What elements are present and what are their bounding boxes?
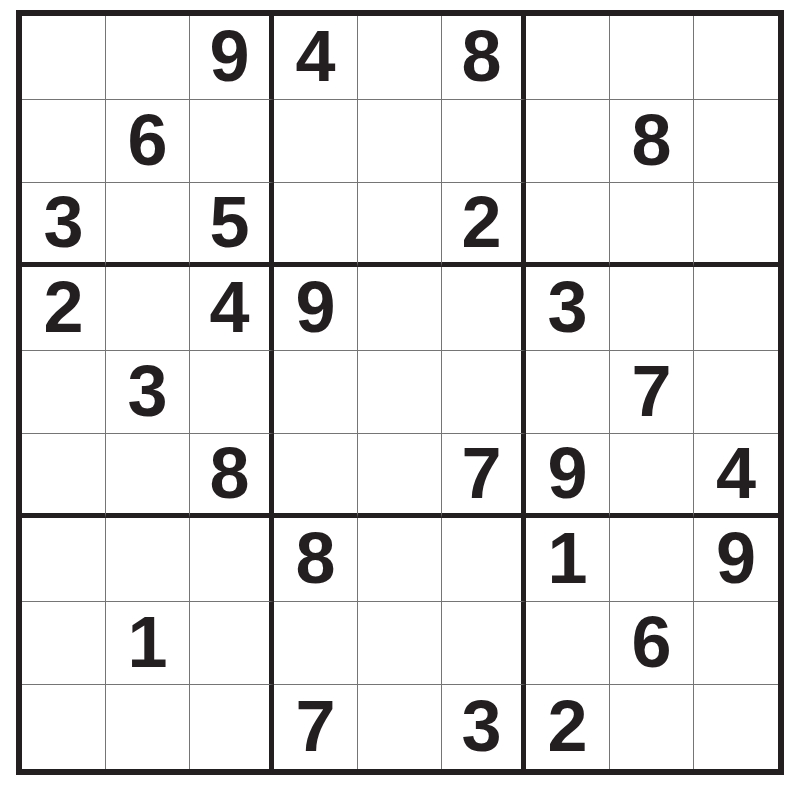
cell-r4c3[interactable]: 4 bbox=[190, 267, 274, 351]
cell-r2c5[interactable] bbox=[358, 100, 442, 184]
cell-r5c8[interactable]: 7 bbox=[610, 351, 694, 435]
cell-r8c1[interactable] bbox=[22, 602, 106, 686]
cell-r2c1[interactable] bbox=[22, 100, 106, 184]
cell-r8c7[interactable] bbox=[526, 602, 610, 686]
cell-r9c6[interactable]: 3 bbox=[442, 685, 526, 769]
cell-r5c1[interactable] bbox=[22, 351, 106, 435]
given-digit: 8 bbox=[461, 20, 501, 92]
cell-r7c3[interactable] bbox=[190, 518, 274, 602]
cell-r7c4[interactable]: 8 bbox=[274, 518, 358, 602]
sudoku-board: 94868352249337879481916732 bbox=[16, 10, 784, 775]
cell-r9c5[interactable] bbox=[358, 685, 442, 769]
cell-r6c6[interactable]: 7 bbox=[442, 434, 526, 518]
cell-r9c9[interactable] bbox=[694, 685, 778, 769]
cell-r7c9[interactable]: 9 bbox=[694, 518, 778, 602]
cell-r7c8[interactable] bbox=[610, 518, 694, 602]
cell-r6c3[interactable]: 8 bbox=[190, 434, 274, 518]
given-digit: 7 bbox=[461, 437, 501, 509]
cell-r7c2[interactable] bbox=[106, 518, 190, 602]
cell-r9c4[interactable]: 7 bbox=[274, 685, 358, 769]
cell-r1c3[interactable]: 9 bbox=[190, 16, 274, 100]
cell-r5c7[interactable] bbox=[526, 351, 610, 435]
cell-r3c4[interactable] bbox=[274, 183, 358, 267]
cell-r3c3[interactable]: 5 bbox=[190, 183, 274, 267]
cell-r1c2[interactable] bbox=[106, 16, 190, 100]
cell-r4c6[interactable] bbox=[442, 267, 526, 351]
cell-r7c1[interactable] bbox=[22, 518, 106, 602]
given-digit: 4 bbox=[716, 437, 756, 509]
cell-r7c6[interactable] bbox=[442, 518, 526, 602]
cell-r4c7[interactable]: 3 bbox=[526, 267, 610, 351]
cell-r1c9[interactable] bbox=[694, 16, 778, 100]
cell-r3c8[interactable] bbox=[610, 183, 694, 267]
cell-r2c7[interactable] bbox=[526, 100, 610, 184]
cell-r4c2[interactable] bbox=[106, 267, 190, 351]
cell-r7c5[interactable] bbox=[358, 518, 442, 602]
cell-r6c4[interactable] bbox=[274, 434, 358, 518]
cell-r2c6[interactable] bbox=[442, 100, 526, 184]
cell-r3c2[interactable] bbox=[106, 183, 190, 267]
cell-r9c8[interactable] bbox=[610, 685, 694, 769]
given-digit: 2 bbox=[43, 271, 83, 343]
given-digit: 8 bbox=[209, 437, 249, 509]
cell-r5c5[interactable] bbox=[358, 351, 442, 435]
given-digit: 9 bbox=[209, 20, 249, 92]
given-digit: 9 bbox=[716, 522, 756, 594]
cell-r9c7[interactable]: 2 bbox=[526, 685, 610, 769]
given-digit: 7 bbox=[295, 690, 335, 762]
cell-r7c7[interactable]: 1 bbox=[526, 518, 610, 602]
given-digit: 9 bbox=[547, 437, 587, 509]
given-digit: 3 bbox=[127, 355, 167, 427]
cell-r8c2[interactable]: 1 bbox=[106, 602, 190, 686]
given-digit: 3 bbox=[43, 186, 83, 258]
cell-r5c6[interactable] bbox=[442, 351, 526, 435]
given-digit: 8 bbox=[631, 104, 671, 176]
cell-r3c1[interactable]: 3 bbox=[22, 183, 106, 267]
cell-r5c9[interactable] bbox=[694, 351, 778, 435]
cell-r6c8[interactable] bbox=[610, 434, 694, 518]
cell-r4c9[interactable] bbox=[694, 267, 778, 351]
cell-r4c5[interactable] bbox=[358, 267, 442, 351]
cell-r9c3[interactable] bbox=[190, 685, 274, 769]
cell-r8c9[interactable] bbox=[694, 602, 778, 686]
given-digit: 8 bbox=[295, 522, 335, 594]
cell-r2c2[interactable]: 6 bbox=[106, 100, 190, 184]
sudoku-page: 94868352249337879481916732 bbox=[0, 0, 800, 790]
given-digit: 2 bbox=[547, 690, 587, 762]
cell-r6c5[interactable] bbox=[358, 434, 442, 518]
given-digit: 5 bbox=[209, 186, 249, 258]
cell-r1c6[interactable]: 8 bbox=[442, 16, 526, 100]
cell-r3c6[interactable]: 2 bbox=[442, 183, 526, 267]
cell-r2c9[interactable] bbox=[694, 100, 778, 184]
given-digit: 3 bbox=[547, 271, 587, 343]
cell-r5c4[interactable] bbox=[274, 351, 358, 435]
cell-r8c3[interactable] bbox=[190, 602, 274, 686]
cell-r6c7[interactable]: 9 bbox=[526, 434, 610, 518]
cell-r6c1[interactable] bbox=[22, 434, 106, 518]
given-digit: 4 bbox=[209, 271, 249, 343]
cell-r8c8[interactable]: 6 bbox=[610, 602, 694, 686]
given-digit: 1 bbox=[127, 606, 167, 678]
cell-r2c8[interactable]: 8 bbox=[610, 100, 694, 184]
given-digit: 7 bbox=[631, 355, 671, 427]
given-digit: 1 bbox=[547, 522, 587, 594]
cell-r9c1[interactable] bbox=[22, 685, 106, 769]
given-digit: 6 bbox=[631, 606, 671, 678]
given-digit: 9 bbox=[295, 271, 335, 343]
cell-r4c8[interactable] bbox=[610, 267, 694, 351]
cell-r8c4[interactable] bbox=[274, 602, 358, 686]
cell-r3c7[interactable] bbox=[526, 183, 610, 267]
cell-r6c2[interactable] bbox=[106, 434, 190, 518]
cell-r5c2[interactable]: 3 bbox=[106, 351, 190, 435]
cell-r1c7[interactable] bbox=[526, 16, 610, 100]
cell-r1c8[interactable] bbox=[610, 16, 694, 100]
cell-r2c3[interactable] bbox=[190, 100, 274, 184]
cell-r9c2[interactable] bbox=[106, 685, 190, 769]
cell-r5c3[interactable] bbox=[190, 351, 274, 435]
cell-r1c1[interactable] bbox=[22, 16, 106, 100]
given-digit: 4 bbox=[295, 20, 335, 92]
cell-r1c4[interactable]: 4 bbox=[274, 16, 358, 100]
cell-r3c5[interactable] bbox=[358, 183, 442, 267]
cell-r4c1[interactable]: 2 bbox=[22, 267, 106, 351]
cell-r1c5[interactable] bbox=[358, 16, 442, 100]
cell-r6c9[interactable]: 4 bbox=[694, 434, 778, 518]
cell-r8c5[interactable] bbox=[358, 602, 442, 686]
cell-r3c9[interactable] bbox=[694, 183, 778, 267]
cell-r4c4[interactable]: 9 bbox=[274, 267, 358, 351]
cell-r8c6[interactable] bbox=[442, 602, 526, 686]
given-digit: 2 bbox=[461, 186, 501, 258]
given-digit: 6 bbox=[127, 104, 167, 176]
given-digit: 3 bbox=[461, 690, 501, 762]
cell-r2c4[interactable] bbox=[274, 100, 358, 184]
